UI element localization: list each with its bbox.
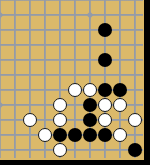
- board-point-c2r7[interactable]: [8, 83, 23, 98]
- board-point-c8r1[interactable]: [98, 0, 113, 8]
- board-point-c9r3[interactable]: [113, 23, 128, 38]
- board-point-c3r11[interactable]: [23, 143, 38, 158]
- board-point-c4r6[interactable]: [38, 68, 53, 83]
- black-stone: [83, 113, 97, 127]
- board-point-c1r1[interactable]: [0, 0, 8, 8]
- black-stone: [98, 23, 112, 37]
- board-point-c8r8[interactable]: [98, 98, 113, 113]
- board-point-c7r9[interactable]: [83, 113, 98, 128]
- board-point-c6r10[interactable]: [68, 128, 83, 143]
- board-point-c1r8[interactable]: [0, 98, 8, 113]
- board-point-c4r11[interactable]: [38, 143, 53, 158]
- board-point-c3r5[interactable]: [23, 53, 38, 68]
- board-point-c2r8[interactable]: [8, 98, 23, 113]
- board-point-c10r7[interactable]: [128, 83, 143, 98]
- board-point-c2r11[interactable]: [8, 143, 23, 158]
- board-point-c1r11[interactable]: [0, 143, 8, 158]
- white-stone: [98, 98, 112, 112]
- board-point-c8r4[interactable]: [98, 38, 113, 53]
- board-point-c7r2[interactable]: [83, 8, 98, 23]
- board-point-c4r5[interactable]: [38, 53, 53, 68]
- black-stone: [128, 143, 142, 157]
- black-stone: [113, 83, 127, 97]
- board-point-c5r4[interactable]: [53, 38, 68, 53]
- board-point-c8r11[interactable]: [98, 143, 113, 158]
- board-point-c3r1[interactable]: [23, 0, 38, 8]
- board-point-c1r6[interactable]: [0, 68, 8, 83]
- board-point-c10r11[interactable]: [128, 143, 143, 158]
- board-point-c8r9[interactable]: [98, 113, 113, 128]
- board-point-c2r5[interactable]: [8, 53, 23, 68]
- board-point-c8r6[interactable]: [98, 68, 113, 83]
- white-stone: [38, 128, 52, 142]
- white-stone: [113, 98, 127, 112]
- board-point-c10r9[interactable]: [128, 113, 143, 128]
- black-stone: [98, 128, 112, 142]
- board-point-c10r3[interactable]: [128, 23, 143, 38]
- board-point-c2r3[interactable]: [8, 23, 23, 38]
- board-point-c4r10[interactable]: [38, 128, 53, 143]
- board-point-c3r9[interactable]: [23, 113, 38, 128]
- board-point-c5r11[interactable]: [53, 143, 68, 158]
- board-point-c6r9[interactable]: [68, 113, 83, 128]
- go-board: [0, 0, 150, 165]
- board-point-c6r8[interactable]: [68, 98, 83, 113]
- board-point-c9r1[interactable]: [113, 0, 128, 8]
- board-point-c7r8[interactable]: [83, 98, 98, 113]
- board-point-c4r9[interactable]: [38, 113, 53, 128]
- board-point-c3r2[interactable]: [23, 8, 38, 23]
- board-point-c5r5[interactable]: [53, 53, 68, 68]
- board-point-c3r8[interactable]: [23, 98, 38, 113]
- white-stone: [53, 98, 67, 112]
- board-point-c2r10[interactable]: [8, 128, 23, 143]
- board-point-c5r1[interactable]: [53, 0, 68, 8]
- board-point-c1r5[interactable]: [0, 53, 8, 68]
- board-point-c4r8[interactable]: [38, 98, 53, 113]
- board-point-c10r2[interactable]: [128, 8, 143, 23]
- board-point-c8r5[interactable]: [98, 53, 113, 68]
- black-stone: [83, 98, 97, 112]
- board-point-c1r10[interactable]: [0, 128, 8, 143]
- board-point-c3r4[interactable]: [23, 38, 38, 53]
- black-stone: [53, 128, 67, 142]
- board-point-c5r2[interactable]: [53, 8, 68, 23]
- black-stone: [98, 83, 112, 97]
- white-stone: [53, 143, 67, 157]
- board-point-c10r1[interactable]: [128, 0, 143, 8]
- black-stone: [98, 53, 112, 67]
- board-point-c5r8[interactable]: [53, 98, 68, 113]
- board-point-c10r10[interactable]: [128, 128, 143, 143]
- board-point-c8r10[interactable]: [98, 128, 113, 143]
- board-point-c3r10[interactable]: [23, 128, 38, 143]
- board-point-c1r3[interactable]: [0, 23, 8, 38]
- board-point-c6r11[interactable]: [68, 143, 83, 158]
- board-point-c3r7[interactable]: [23, 83, 38, 98]
- board-point-c5r3[interactable]: [53, 23, 68, 38]
- board-point-c5r7[interactable]: [53, 83, 68, 98]
- board-point-c6r4[interactable]: [68, 38, 83, 53]
- board-point-c7r4[interactable]: [83, 38, 98, 53]
- black-stone: [68, 128, 82, 142]
- black-stone: [83, 128, 97, 142]
- board-point-c2r9[interactable]: [8, 113, 23, 128]
- white-stone: [53, 113, 67, 127]
- board-point-c1r4[interactable]: [0, 38, 8, 53]
- board-point-c7r11[interactable]: [83, 143, 98, 158]
- board-point-c7r1[interactable]: [83, 0, 98, 8]
- board-point-c10r4[interactable]: [128, 38, 143, 53]
- board-point-c9r10[interactable]: [113, 128, 128, 143]
- board-point-c6r3[interactable]: [68, 23, 83, 38]
- board-point-c6r5[interactable]: [68, 53, 83, 68]
- board-point-c9r11[interactable]: [113, 143, 128, 158]
- board-point-c2r6[interactable]: [8, 68, 23, 83]
- board-point-c7r10[interactable]: [83, 128, 98, 143]
- board-point-c6r2[interactable]: [68, 8, 83, 23]
- board-point-c7r6[interactable]: [83, 68, 98, 83]
- board-point-c7r3[interactable]: [83, 23, 98, 38]
- board-point-c9r4[interactable]: [113, 38, 128, 53]
- board-point-c4r7[interactable]: [38, 83, 53, 98]
- board-point-c10r5[interactable]: [128, 53, 143, 68]
- board-point-c9r6[interactable]: [113, 68, 128, 83]
- board-point-c2r2[interactable]: [8, 8, 23, 23]
- white-stone: [23, 113, 37, 127]
- board-point-c1r9[interactable]: [0, 113, 8, 128]
- board-point-c4r3[interactable]: [38, 23, 53, 38]
- stones-layer: [0, 0, 143, 158]
- board-point-c10r8[interactable]: [128, 98, 143, 113]
- board-point-c1r2[interactable]: [0, 8, 8, 23]
- board-point-c9r7[interactable]: [113, 83, 128, 98]
- board-point-c5r10[interactable]: [53, 128, 68, 143]
- board-point-c9r5[interactable]: [113, 53, 128, 68]
- white-stone: [68, 83, 82, 97]
- board-point-c9r2[interactable]: [113, 8, 128, 23]
- board-point-c2r4[interactable]: [8, 38, 23, 53]
- white-stone: [128, 113, 142, 127]
- board-point-c6r7[interactable]: [68, 83, 83, 98]
- board-point-c4r2[interactable]: [38, 8, 53, 23]
- board-point-c5r9[interactable]: [53, 113, 68, 128]
- board-point-c9r8[interactable]: [113, 98, 128, 113]
- board-point-c2r1[interactable]: [8, 0, 23, 8]
- board-point-c3r6[interactable]: [23, 68, 38, 83]
- board-point-c8r2[interactable]: [98, 8, 113, 23]
- board-point-c8r3[interactable]: [98, 23, 113, 38]
- board-point-c6r1[interactable]: [68, 0, 83, 8]
- white-stone: [83, 83, 97, 97]
- board-point-c6r6[interactable]: [68, 68, 83, 83]
- board-point-c8r7[interactable]: [98, 83, 113, 98]
- white-stone: [98, 113, 112, 127]
- go-board-screenshot: [0, 0, 150, 165]
- board-point-c4r1[interactable]: [38, 0, 53, 8]
- board-point-c7r5[interactable]: [83, 53, 98, 68]
- board-point-c1r7[interactable]: [0, 83, 8, 98]
- board-point-c10r6[interactable]: [128, 68, 143, 83]
- board-point-c3r3[interactable]: [23, 23, 38, 38]
- board-point-c7r7[interactable]: [83, 83, 98, 98]
- board-point-c5r6[interactable]: [53, 68, 68, 83]
- white-stone: [113, 128, 127, 142]
- board-point-c9r9[interactable]: [113, 113, 128, 128]
- board-point-c4r4[interactable]: [38, 38, 53, 53]
